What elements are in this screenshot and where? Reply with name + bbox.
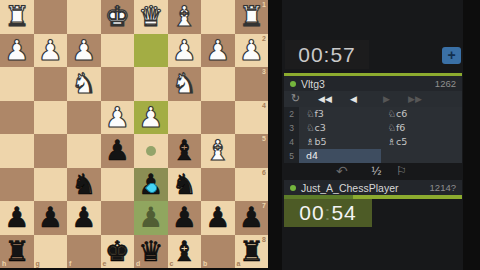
online-status-icon [290,81,296,87]
online-status-icon [290,185,296,191]
black-clock-seconds: 54 [331,201,356,224]
white-player-rating: 1262 [435,78,456,89]
square-f2[interactable]: ♟ [67,34,101,68]
resign-flag-icon[interactable]: ⚐ [396,164,407,178]
square-e4[interactable]: ♟ [101,101,135,135]
white-clock-minutes: 00 [298,43,323,66]
move-number: 5 [284,149,299,163]
square-c7[interactable]: ♟ [168,201,202,235]
takeback-icon[interactable]: ↶ [336,163,348,179]
square-a3[interactable]: 3 [235,67,269,101]
square-d6[interactable]: ♟ [134,168,168,202]
white-move[interactable]: ♘c3 [299,121,381,135]
square-f7[interactable]: ♟ [67,201,101,235]
black-pawn: ♟ [201,201,235,235]
square-h6[interactable] [0,168,34,202]
square-h7[interactable]: ♟ [0,201,34,235]
rank-label: 6 [262,169,266,176]
square-f5[interactable] [67,134,101,168]
square-a4[interactable]: 4 [235,101,269,135]
white-king: ♚ [101,0,135,34]
white-move[interactable]: d4 [299,149,381,163]
move-row: 2 ♘f3 ♘c6 [284,107,462,121]
black-move[interactable]: ♘f6 [381,121,463,135]
square-c8[interactable]: ♝c [168,235,202,269]
square-d3[interactable] [134,67,168,101]
black-bishop: ♝ [168,134,202,168]
white-move[interactable]: ♘f3 [299,107,381,121]
move-nav-toolbar: ↻ ◀◀ ◀ ▶ ▶▶ [284,91,462,107]
move-row: 4 ♗b5 ♗c5 [284,135,462,149]
white-queen: ♛ [134,0,168,34]
white-pawn: ♟ [67,34,101,68]
black-move[interactable]: ♗c5 [381,135,463,149]
square-h8[interactable]: ♜h [0,235,34,269]
square-f1[interactable] [67,0,101,34]
square-c4[interactable] [168,101,202,135]
square-a1[interactable]: ♜1 [235,0,269,34]
white-bishop: ♝ [201,134,235,168]
move-number: 4 [284,135,299,149]
square-b5[interactable]: ♝ [201,134,235,168]
black-clock-colon: : [325,201,332,224]
file-label: h [2,260,6,267]
rank-label: 4 [262,102,266,109]
square-e5[interactable]: ♟ [101,134,135,168]
file-label: b [203,260,207,267]
move-number: 3 [284,121,299,135]
file-label: f [69,260,71,267]
square-a2[interactable]: ♟2 [235,34,269,68]
square-a8[interactable]: ♜8a [235,235,269,269]
file-label: g [36,260,40,267]
white-clock: 00:57 [285,40,369,69]
black-player-rating: 1214? [430,182,456,193]
white-pawn: ♟ [34,34,68,68]
move-number: 2 [284,107,299,121]
black-pawn: ♟ [34,201,68,235]
square-d8[interactable]: ♛d [134,235,168,269]
rank-label: 1 [262,1,266,8]
square-b3[interactable] [201,67,235,101]
previous-move-icon[interactable]: ◀ [350,91,357,107]
rank-label: 3 [262,68,266,75]
black-clock-active: 00:54 [284,199,372,227]
square-f8[interactable]: f [67,235,101,269]
square-c6[interactable]: ♞ [168,168,202,202]
square-f6[interactable]: ♞ [67,168,101,202]
rotate-board-icon[interactable]: ↻ [291,91,300,107]
white-bishop: ♝ [168,0,202,34]
white-pawn: ♟ [101,101,135,135]
square-c1[interactable]: ♝ [168,0,202,34]
square-g1[interactable] [34,0,68,34]
rank-label: 7 [262,202,266,209]
black-pawn: ♟ [0,201,34,235]
rank-label: 5 [262,135,266,142]
square-b4[interactable] [201,101,235,135]
first-move-icon[interactable]: ◀◀ [318,91,332,107]
square-g3[interactable] [34,67,68,101]
square-b1[interactable] [201,0,235,34]
square-d5[interactable] [134,134,168,168]
square-g2[interactable]: ♟ [34,34,68,68]
square-g8[interactable]: g [34,235,68,269]
black-pawn: ♟ [168,201,202,235]
white-move[interactable]: ♗b5 [299,135,381,149]
square-h5[interactable] [0,134,34,168]
square-g5[interactable] [34,134,68,168]
move-row: 5 d4 [284,149,462,163]
file-label: c [170,260,174,267]
black-player-name: Just_A_ChessPlayer [301,182,430,194]
square-d4[interactable]: ♟ [134,101,168,135]
move-row: 3 ♘c3 ♘f6 [284,121,462,135]
square-g6[interactable] [34,168,68,202]
file-label: d [136,260,140,267]
white-clock-seconds: 57 [330,43,355,66]
white-player-row: Vltg3 1262 [284,76,462,91]
next-move-icon[interactable]: ▶ [383,91,390,107]
black-clock-minutes: 00 [299,201,324,224]
square-f3[interactable]: ♞ [67,67,101,101]
last-move-icon[interactable]: ▶▶ [408,91,422,107]
file-label: e [103,260,107,267]
white-pawn: ♟ [168,34,202,68]
square-d7[interactable]: ♟ [134,201,168,235]
square-g4[interactable] [34,101,68,135]
square-a6[interactable]: 6 [235,168,269,202]
square-h1[interactable]: ♜ [0,0,34,34]
white-rook: ♜ [0,0,34,34]
black-pawn: ♟ [101,134,135,168]
square-d1[interactable]: ♛ [134,0,168,34]
black-knight: ♞ [168,168,202,202]
move-list: 2 ♘f3 ♘c6 3 ♘c3 ♘f6 4 ♗b5 ♗c5 5 d4 [284,107,462,163]
draw-offer-icon[interactable]: ½ [371,165,382,178]
square-d2[interactable] [134,34,168,68]
move-hint-dot [146,146,156,156]
file-label: a [237,260,241,267]
square-b8[interactable]: b [201,235,235,269]
square-b2[interactable]: ♟ [201,34,235,68]
square-b7[interactable]: ♟ [201,201,235,235]
square-c3[interactable]: ♞ [168,67,202,101]
square-c2[interactable]: ♟ [168,34,202,68]
square-e3[interactable] [101,67,135,101]
square-a7[interactable]: ♟7 [235,201,269,235]
square-h4[interactable] [0,101,34,135]
white-knight: ♞ [168,67,202,101]
square-e1[interactable]: ♚ [101,0,135,34]
square-e2[interactable] [101,34,135,68]
add-time-button[interactable]: + [442,47,461,64]
black-knight: ♞ [67,168,101,202]
white-pawn: ♟ [0,34,34,68]
square-e6[interactable] [101,168,135,202]
rank-label: 8 [262,236,266,243]
square-e8[interactable]: ♚e [101,235,135,269]
white-player-name: Vltg3 [301,78,435,90]
square-a5[interactable]: 5 [235,134,269,168]
black-move[interactable]: ♘c6 [381,107,463,121]
square-c5[interactable]: ♝ [168,134,202,168]
square-h2[interactable]: ♟ [0,34,34,68]
black-move[interactable] [381,149,463,163]
square-f4[interactable] [67,101,101,135]
plus-icon: + [447,47,455,63]
square-h3[interactable] [0,67,34,101]
black-pawn: ♟ [67,201,101,235]
white-pawn: ♟ [201,34,235,68]
square-b6[interactable] [201,168,235,202]
white-knight: ♞ [67,67,101,101]
square-g7[interactable]: ♟ [34,201,68,235]
white-pawn: ♟ [134,101,168,135]
square-e7[interactable] [101,201,135,235]
black-pawn-ghost: ♟ [134,201,168,235]
chess-board[interactable]: ♜♚♛♝♜1♟♟♟♟♟♟2♞♞3♟♟4♟♝♝5♞♟♞6♟♟♟♟♟♟♟7♜hgf♚… [0,0,268,268]
black-player-row: Just_A_ChessPlayer 1214? [284,180,462,195]
rank-label: 2 [262,35,266,42]
